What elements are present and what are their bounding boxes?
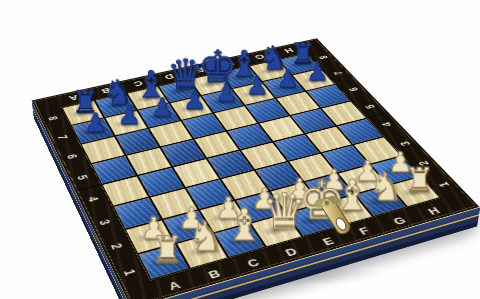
- chess-set-photo: ABCDEFGH ABCDEFGH 87654321 87654321 ♜♞♝♛…: [0, 0, 480, 299]
- white-rook-h1[interactable]: ♜: [402, 163, 438, 197]
- blue-pawn-b7[interactable]: ♟: [113, 102, 146, 128]
- coordinate-label: 5: [74, 174, 90, 181]
- white-rook-a1[interactable]: ♜: [148, 231, 187, 268]
- white-knight-g1[interactable]: ♞: [368, 168, 405, 207]
- blue-pawn-c7[interactable]: ♟: [146, 94, 179, 120]
- blue-pawn-d7[interactable]: ♟: [178, 87, 210, 113]
- coordinate-label: 7: [332, 70, 346, 76]
- blue-pawn-a7[interactable]: ♟: [79, 109, 112, 136]
- white-bishop-c1[interactable]: ♝: [225, 203, 263, 247]
- blue-pawn-f7[interactable]: ♟: [241, 73, 273, 98]
- coordinate-label: 6: [64, 153, 80, 160]
- coordinate-label: 4: [380, 121, 395, 127]
- coordinate-label: 7: [54, 134, 69, 141]
- square-a7[interactable]: ♟: [72, 118, 113, 143]
- coordinate-label: 1: [120, 268, 138, 277]
- coordinate-label: D: [283, 245, 300, 258]
- coordinate-label: G: [390, 214, 408, 226]
- coordinate-label: 2: [108, 242, 125, 251]
- blue-pawn-h7[interactable]: ♟: [302, 59, 333, 84]
- coordinate-label: 4: [85, 195, 101, 203]
- blue-pawn-g7[interactable]: ♟: [272, 66, 303, 91]
- coordinate-label: 6: [347, 86, 361, 92]
- coordinate-label: 8: [45, 115, 60, 121]
- white-queen-d1[interactable]: ♛: [262, 186, 300, 236]
- coordinate-label: H: [425, 205, 442, 217]
- coordinate-label: A: [166, 278, 182, 292]
- coordinate-label: B: [206, 267, 223, 281]
- brass-clasp[interactable]: [306, 194, 362, 252]
- chess-board: ABCDEFGH ABCDEFGH 87654321 87654321 ♜♞♝♛…: [32, 38, 480, 299]
- coordinate-label: 3: [96, 218, 113, 226]
- white-knight-b1[interactable]: ♞: [187, 216, 226, 257]
- coordinate-label: 5: [363, 103, 378, 109]
- board-frame: ABCDEFGH ABCDEFGH 87654321 87654321 ♜♞♝♛…: [32, 38, 480, 299]
- coordinate-label: C: [245, 256, 262, 270]
- blue-pawn-e7[interactable]: ♟: [210, 80, 242, 105]
- coordinate-label: 1: [436, 181, 452, 188]
